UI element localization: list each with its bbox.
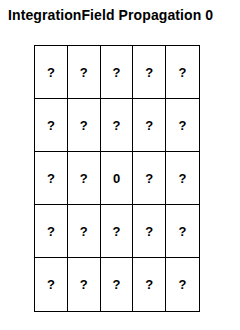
- cell-r3c2: ?: [101, 205, 134, 258]
- cell-r3c4: ?: [166, 205, 199, 258]
- cell-r0c1: ?: [68, 46, 101, 99]
- cell-r4c2: ?: [101, 258, 134, 311]
- cell-r1c1: ?: [68, 99, 101, 152]
- cell-r1c3: ?: [133, 99, 166, 152]
- cell-r0c0: ?: [35, 46, 68, 99]
- cell-r3c3: ?: [133, 205, 166, 258]
- page-title: IntegrationField Propagation 0: [8, 7, 232, 23]
- cell-r2c0: ?: [35, 152, 68, 205]
- cell-r1c0: ?: [35, 99, 68, 152]
- cell-r0c4: ?: [166, 46, 199, 99]
- cell-r2c2-goal: 0: [101, 152, 134, 205]
- cell-r3c0: ?: [35, 205, 68, 258]
- cell-r4c1: ?: [68, 258, 101, 311]
- cell-r4c3: ?: [133, 258, 166, 311]
- integration-field-grid: ? ? ? ? ? ? ? ? ? ? ? ? 0 ? ? ? ? ? ? ? …: [34, 45, 200, 312]
- cell-r4c4: ?: [166, 258, 199, 311]
- cell-r0c2: ?: [101, 46, 134, 99]
- cell-r2c3: ?: [133, 152, 166, 205]
- cell-r1c2: ?: [101, 99, 134, 152]
- cell-r2c4: ?: [166, 152, 199, 205]
- cell-r0c3: ?: [133, 46, 166, 99]
- cell-r2c1: ?: [68, 152, 101, 205]
- cell-r4c0: ?: [35, 258, 68, 311]
- cell-r1c4: ?: [166, 99, 199, 152]
- cell-r3c1: ?: [68, 205, 101, 258]
